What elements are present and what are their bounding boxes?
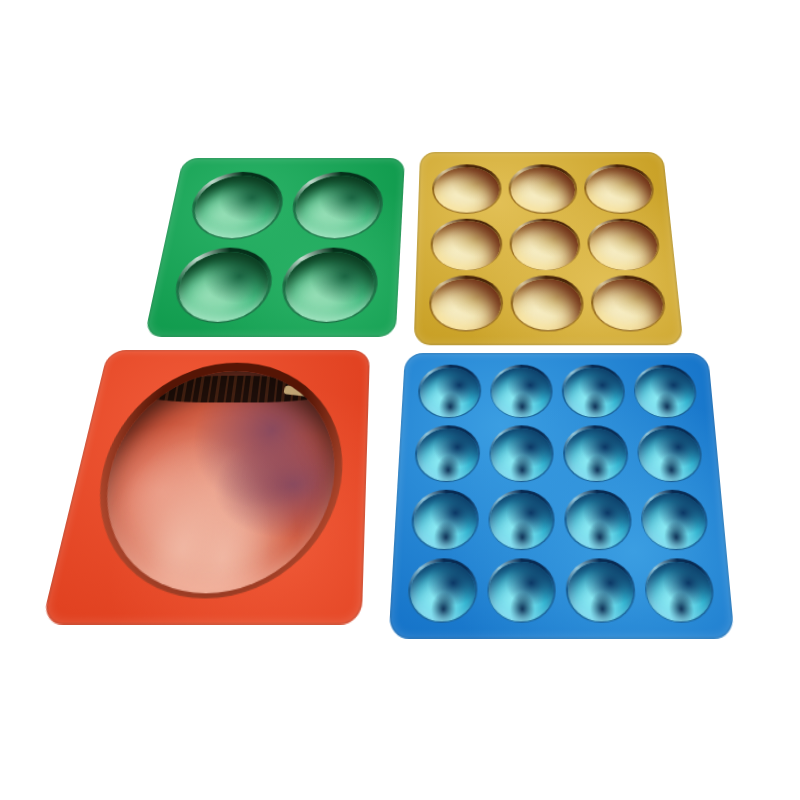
gold-dome-well [590,276,668,331]
blue-dome-well [564,490,633,550]
blue-dome-well [417,365,482,418]
green-mirror-dome [291,175,382,238]
green-mirror-dome [281,252,378,322]
blue-dome-well [414,425,481,482]
gold-mirror-dome [431,279,501,331]
gold-mirror-dome [510,167,577,213]
gold-mirror-dome [589,221,660,270]
gold-dome-well [431,164,501,213]
blue-mirror-dome [491,428,553,481]
green-dome-well [277,248,380,323]
blue-mirror-dome [634,368,696,418]
green-dome-grid [144,158,405,337]
blue-mirror-dome [489,562,555,622]
blue-mirror-dome [566,493,631,549]
green-mirror-dome [188,175,283,238]
gold-mirror-dome [585,167,654,213]
gold-mirror-dome [512,279,583,331]
blue-mirror-dome [409,562,476,622]
blue-mirror-dome [567,562,634,622]
gold-mirror-dome [432,221,500,270]
gold-dome-well [428,276,503,331]
red-tray [41,350,370,625]
blue-dome-well [639,490,710,550]
green-dome-well [169,248,277,323]
product-photo [0,0,800,800]
blue-mirror-dome [491,368,551,418]
blue-dome-grid [389,353,735,639]
gold-dome-well [586,218,661,270]
green-tray [144,158,405,337]
blue-dome-well [410,490,479,550]
blue-mirror-dome [564,428,627,481]
blue-mirror-dome [419,368,480,418]
gold-dome-well [508,164,579,213]
gold-dome-well [509,218,582,270]
gold-mirror-dome [592,279,665,331]
green-dome-well [288,172,385,240]
blue-dome-well [489,425,554,482]
blue-dome-well [636,425,705,482]
blue-dome-well [490,365,553,418]
gold-mirror-dome [511,221,580,270]
red-dome-well [74,363,347,599]
gold-tray [414,152,684,345]
blue-mirror-dome [412,493,477,549]
blue-dome-well [406,558,477,622]
gold-dome-well [430,218,502,270]
red-dome-grid [41,350,370,625]
blue-dome-well [632,365,698,418]
blue-mirror-dome [645,562,714,622]
blue-mirror-dome [638,428,702,481]
blue-mirror-dome [490,493,553,549]
blue-mirror-dome [416,428,479,481]
gold-dome-grid [414,152,684,345]
blue-dome-well [488,490,556,550]
red-mirror-dome [83,371,340,593]
blue-dome-well [561,365,626,418]
green-mirror-dome [172,252,274,322]
gold-dome-well [583,164,656,213]
blue-dome-well [562,425,629,482]
green-dome-well [186,172,288,240]
blue-tray [389,353,735,639]
blue-mirror-dome [641,493,708,549]
blue-mirror-dome [563,368,624,418]
blue-dome-well [565,558,636,622]
gold-dome-well [510,276,586,331]
gold-mirror-dome [434,167,500,213]
blue-dome-well [643,558,716,622]
blue-dome-well [486,558,556,622]
